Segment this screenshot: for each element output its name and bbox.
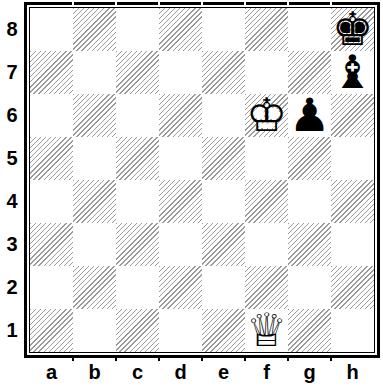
white-king-fill: ♚ xyxy=(245,94,288,137)
square-a4[interactable] xyxy=(30,180,73,223)
square-c2[interactable] xyxy=(116,266,159,309)
file-labels: abcdefgh xyxy=(30,359,374,386)
square-c7[interactable] xyxy=(116,51,159,94)
frame-notch xyxy=(115,2,117,5)
square-b6[interactable] xyxy=(73,94,116,137)
square-e6[interactable] xyxy=(202,94,245,137)
square-d4[interactable] xyxy=(159,180,202,223)
frame-notch xyxy=(72,2,74,5)
square-e1[interactable] xyxy=(202,309,245,352)
square-e3[interactable] xyxy=(202,223,245,266)
file-label-b: b xyxy=(73,359,116,386)
square-a3[interactable] xyxy=(30,223,73,266)
square-c5[interactable] xyxy=(116,137,159,180)
square-a7[interactable] xyxy=(30,51,73,94)
square-g2[interactable] xyxy=(288,266,331,309)
rank-label-8: 8 xyxy=(0,8,24,51)
square-c8[interactable] xyxy=(116,8,159,51)
file-label-c: c xyxy=(116,359,159,386)
square-f1[interactable]: ♛♕ xyxy=(245,309,288,352)
frame-notch xyxy=(158,2,160,5)
file-label-a: a xyxy=(30,359,73,386)
square-g1[interactable] xyxy=(288,309,331,352)
rank-label-7: 7 xyxy=(0,51,24,94)
square-f7[interactable] xyxy=(245,51,288,94)
square-h3[interactable] xyxy=(331,223,374,266)
square-b4[interactable] xyxy=(73,180,116,223)
rank-label-4: 4 xyxy=(0,180,24,223)
square-h1[interactable] xyxy=(331,309,374,352)
square-h7[interactable]: ♝ xyxy=(331,51,374,94)
black-pawn: ♟ xyxy=(288,94,331,137)
white-queen: ♕ xyxy=(245,309,288,352)
square-a1[interactable] xyxy=(30,309,73,352)
black-bishop: ♝ xyxy=(331,51,374,94)
square-e7[interactable] xyxy=(202,51,245,94)
square-h2[interactable] xyxy=(331,266,374,309)
square-h8[interactable]: ♚ xyxy=(331,8,374,51)
square-b1[interactable] xyxy=(73,309,116,352)
rank-label-5: 5 xyxy=(0,137,24,180)
rank-labels: 87654321 xyxy=(0,8,24,352)
file-label-f: f xyxy=(245,359,288,386)
square-f8[interactable] xyxy=(245,8,288,51)
square-b5[interactable] xyxy=(73,137,116,180)
square-c6[interactable] xyxy=(116,94,159,137)
board-frame: ♚♝♚♔♟♛♕ xyxy=(24,2,380,358)
square-h5[interactable] xyxy=(331,137,374,180)
square-g6[interactable]: ♟ xyxy=(288,94,331,137)
square-a8[interactable] xyxy=(30,8,73,51)
frame-notch xyxy=(330,2,332,5)
square-a6[interactable] xyxy=(30,94,73,137)
square-b3[interactable] xyxy=(73,223,116,266)
square-e4[interactable] xyxy=(202,180,245,223)
rank-label-3: 3 xyxy=(0,223,24,266)
square-c4[interactable] xyxy=(116,180,159,223)
chess-diagram: 87654321 ♚♝♚♔♟♛♕ abcdefgh xyxy=(0,0,383,387)
chess-board: ♚♝♚♔♟♛♕ xyxy=(30,8,374,352)
square-e8[interactable] xyxy=(202,8,245,51)
white-queen-fill: ♛ xyxy=(245,309,288,352)
square-f5[interactable] xyxy=(245,137,288,180)
file-label-d: d xyxy=(159,359,202,386)
square-h6[interactable] xyxy=(331,94,374,137)
black-king: ♚ xyxy=(331,8,374,51)
square-g8[interactable] xyxy=(288,8,331,51)
square-d2[interactable] xyxy=(159,266,202,309)
square-d7[interactable] xyxy=(159,51,202,94)
file-label-g: g xyxy=(288,359,331,386)
white-king: ♔ xyxy=(245,94,288,137)
square-b2[interactable] xyxy=(73,266,116,309)
square-d8[interactable] xyxy=(159,8,202,51)
square-d6[interactable] xyxy=(159,94,202,137)
square-g5[interactable] xyxy=(288,137,331,180)
square-d3[interactable] xyxy=(159,223,202,266)
frame-notch xyxy=(287,2,289,5)
square-e5[interactable] xyxy=(202,137,245,180)
square-c1[interactable] xyxy=(116,309,159,352)
square-d1[interactable] xyxy=(159,309,202,352)
square-f4[interactable] xyxy=(245,180,288,223)
frame-notch xyxy=(244,2,246,5)
square-g3[interactable] xyxy=(288,223,331,266)
square-c3[interactable] xyxy=(116,223,159,266)
file-label-e: e xyxy=(202,359,245,386)
rank-label-6: 6 xyxy=(0,94,24,137)
board-inner-border: ♚♝♚♔♟♛♕ xyxy=(29,7,375,353)
square-f2[interactable] xyxy=(245,266,288,309)
rank-label-1: 1 xyxy=(0,309,24,352)
square-f6[interactable]: ♚♔ xyxy=(245,94,288,137)
square-e2[interactable] xyxy=(202,266,245,309)
square-g7[interactable] xyxy=(288,51,331,94)
square-a5[interactable] xyxy=(30,137,73,180)
frame-notch xyxy=(201,2,203,5)
square-g4[interactable] xyxy=(288,180,331,223)
rank-label-2: 2 xyxy=(0,266,24,309)
square-b8[interactable] xyxy=(73,8,116,51)
square-f3[interactable] xyxy=(245,223,288,266)
square-b7[interactable] xyxy=(73,51,116,94)
square-a2[interactable] xyxy=(30,266,73,309)
file-label-h: h xyxy=(331,359,374,386)
square-h4[interactable] xyxy=(331,180,374,223)
square-d5[interactable] xyxy=(159,137,202,180)
